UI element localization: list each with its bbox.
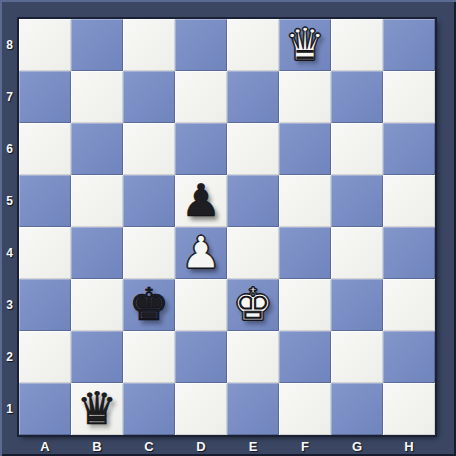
square-h2[interactable]	[383, 331, 435, 383]
square-h6[interactable]	[383, 123, 435, 175]
file-label-f: F	[279, 437, 331, 455]
square-c6[interactable]	[123, 123, 175, 175]
square-d7[interactable]	[175, 71, 227, 123]
square-a5[interactable]	[19, 175, 71, 227]
square-d8[interactable]	[175, 19, 227, 71]
rank-label-4: 4	[0, 227, 19, 279]
rank-label-1: 1	[0, 383, 19, 435]
square-d3[interactable]	[175, 279, 227, 331]
square-g2[interactable]	[331, 331, 383, 383]
square-c2[interactable]	[123, 331, 175, 383]
file-label-c: C	[123, 437, 175, 455]
square-e4[interactable]	[227, 227, 279, 279]
rank-label-3: 3	[0, 279, 19, 331]
board: ♛♟♟♚♚♛	[19, 19, 435, 435]
square-g6[interactable]	[331, 123, 383, 175]
square-c5[interactable]	[123, 175, 175, 227]
square-e3[interactable]: ♚	[227, 279, 279, 331]
file-label-d: D	[175, 437, 227, 455]
piece-white-king[interactable]: ♚	[233, 279, 273, 331]
square-f2[interactable]	[279, 331, 331, 383]
square-e2[interactable]	[227, 331, 279, 383]
square-c1[interactable]	[123, 383, 175, 435]
rank-label-5: 5	[0, 175, 19, 227]
square-a7[interactable]	[19, 71, 71, 123]
square-b3[interactable]	[71, 279, 123, 331]
square-h3[interactable]	[383, 279, 435, 331]
file-label-a: A	[19, 437, 71, 455]
file-labels: ABCDEFGH	[19, 437, 435, 455]
square-f1[interactable]	[279, 383, 331, 435]
square-g4[interactable]	[331, 227, 383, 279]
chessboard-frame: ♛♟♟♚♚♛ 87654321 ABCDEFGH	[0, 0, 456, 456]
square-b8[interactable]	[71, 19, 123, 71]
square-b6[interactable]	[71, 123, 123, 175]
square-b4[interactable]	[71, 227, 123, 279]
square-d4[interactable]: ♟	[175, 227, 227, 279]
square-f3[interactable]	[279, 279, 331, 331]
square-g7[interactable]	[331, 71, 383, 123]
square-e1[interactable]	[227, 383, 279, 435]
square-c7[interactable]	[123, 71, 175, 123]
square-f5[interactable]	[279, 175, 331, 227]
square-d6[interactable]	[175, 123, 227, 175]
square-d5[interactable]: ♟	[175, 175, 227, 227]
file-label-h: H	[383, 437, 435, 455]
square-f4[interactable]	[279, 227, 331, 279]
square-d2[interactable]	[175, 331, 227, 383]
piece-white-queen[interactable]: ♛	[285, 19, 325, 71]
square-c4[interactable]	[123, 227, 175, 279]
square-a3[interactable]	[19, 279, 71, 331]
square-h4[interactable]	[383, 227, 435, 279]
rank-label-7: 7	[0, 71, 19, 123]
piece-black-pawn[interactable]: ♟	[181, 175, 221, 227]
piece-black-king[interactable]: ♚	[129, 279, 169, 331]
square-h1[interactable]	[383, 383, 435, 435]
rank-label-6: 6	[0, 123, 19, 175]
rank-label-2: 2	[0, 331, 19, 383]
square-b5[interactable]	[71, 175, 123, 227]
square-e6[interactable]	[227, 123, 279, 175]
file-label-g: G	[331, 437, 383, 455]
square-c3[interactable]: ♚	[123, 279, 175, 331]
square-b2[interactable]	[71, 331, 123, 383]
square-g8[interactable]	[331, 19, 383, 71]
square-e5[interactable]	[227, 175, 279, 227]
square-a1[interactable]	[19, 383, 71, 435]
square-f8[interactable]: ♛	[279, 19, 331, 71]
square-h8[interactable]	[383, 19, 435, 71]
square-a6[interactable]	[19, 123, 71, 175]
square-h7[interactable]	[383, 71, 435, 123]
square-g1[interactable]	[331, 383, 383, 435]
square-f6[interactable]	[279, 123, 331, 175]
square-f7[interactable]	[279, 71, 331, 123]
file-label-b: B	[71, 437, 123, 455]
piece-black-queen[interactable]: ♛	[77, 383, 117, 435]
square-a4[interactable]	[19, 227, 71, 279]
square-g3[interactable]	[331, 279, 383, 331]
square-h5[interactable]	[383, 175, 435, 227]
file-label-e: E	[227, 437, 279, 455]
square-e7[interactable]	[227, 71, 279, 123]
rank-labels: 87654321	[0, 19, 19, 435]
square-e8[interactable]	[227, 19, 279, 71]
square-a2[interactable]	[19, 331, 71, 383]
square-d1[interactable]	[175, 383, 227, 435]
piece-white-pawn[interactable]: ♟	[181, 227, 221, 279]
square-b1[interactable]: ♛	[71, 383, 123, 435]
square-g5[interactable]	[331, 175, 383, 227]
square-c8[interactable]	[123, 19, 175, 71]
square-a8[interactable]	[19, 19, 71, 71]
rank-label-8: 8	[0, 19, 19, 71]
square-b7[interactable]	[71, 71, 123, 123]
